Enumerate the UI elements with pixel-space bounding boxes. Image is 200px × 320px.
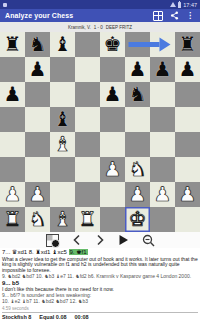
square-e3[interactable]: ♟	[100, 157, 125, 182]
square-e5[interactable]	[100, 107, 125, 132]
square-f8[interactable]	[125, 32, 150, 57]
square-g1[interactable]	[150, 207, 175, 232]
square-e7[interactable]	[100, 57, 125, 82]
analysis-time-note: 4.59 seconds	[2, 306, 198, 311]
square-b6[interactable]	[25, 82, 50, 107]
black-pawn: ♟	[129, 57, 147, 82]
black-pawn: ♟	[179, 57, 197, 82]
black-player: DEEP FRITZ	[106, 25, 132, 30]
square-h5[interactable]	[175, 107, 200, 132]
square-g6[interactable]	[150, 82, 175, 107]
square-e8[interactable]: ♚	[100, 32, 125, 57]
white-bishop: ♝	[54, 207, 72, 232]
play-icon[interactable]	[118, 234, 129, 246]
white-king: ♚	[129, 207, 147, 232]
square-f1[interactable]: ♚	[125, 207, 150, 232]
square-e6[interactable]: ♟	[100, 82, 125, 107]
square-f2[interactable]: ♟	[125, 182, 150, 207]
variation-line[interactable]: 9. ♞bd2 ♞bd7 10. ♞b3 ♝e7 11. ♞fd2 b6. Kr…	[2, 274, 198, 280]
overflow-menu-icon[interactable]: ⋮	[186, 11, 194, 20]
square-a7[interactable]	[0, 57, 25, 82]
square-a2[interactable]: ♟	[0, 182, 25, 207]
white-pawn: ♟	[4, 182, 22, 207]
square-c1[interactable]: ♝	[50, 207, 75, 232]
square-g3[interactable]	[150, 157, 175, 182]
square-b8[interactable]: ♞	[25, 32, 50, 57]
square-c8[interactable]: ♝	[50, 32, 75, 57]
square-h7[interactable]: ♟	[175, 57, 200, 82]
black-bishop: ♝	[54, 107, 72, 132]
white-knight: ♞	[29, 207, 47, 232]
square-a3[interactable]	[0, 157, 25, 182]
square-d7[interactable]	[75, 57, 100, 82]
square-h1[interactable]	[175, 207, 200, 232]
black-pawn: ♟	[29, 57, 47, 82]
white-player: Kramnik, V.	[68, 25, 91, 30]
clock: 17:47	[183, 2, 197, 8]
square-b7[interactable]: ♟	[25, 57, 50, 82]
square-g4[interactable]	[150, 132, 175, 157]
square-f6[interactable]: ♞	[125, 82, 150, 107]
black-rook: ♜	[179, 32, 197, 57]
chess-board[interactable]: ♜♞♝♚♜♟♟♟♟♟♟♞♝♝♟♞♟♟♟♟♟♜♞♝♜♚	[0, 32, 200, 232]
black-rook: ♜	[4, 32, 22, 57]
square-h6[interactable]	[175, 82, 200, 107]
square-f3[interactable]: ♞	[125, 157, 150, 182]
square-b5[interactable]	[25, 107, 50, 132]
black-pawn: ♟	[4, 82, 22, 107]
white-pawn: ♟	[154, 182, 172, 207]
square-d8[interactable]	[75, 32, 100, 57]
square-d4[interactable]	[75, 132, 100, 157]
comment-text: What a clever idea to get the computer o…	[2, 257, 198, 274]
square-b2[interactable]: ♟	[25, 182, 50, 207]
game-header: Kramnik, V. 1 - 0 DEEP FRITZ	[0, 22, 200, 32]
analysis-board-icon[interactable]	[153, 11, 163, 21]
white-knight: ♞	[129, 157, 147, 182]
engine-assessment: Equal 0.08	[39, 314, 66, 320]
square-a1[interactable]: ♜	[0, 207, 25, 232]
notification-icon	[3, 3, 7, 7]
square-c6[interactable]	[50, 82, 75, 107]
square-d6[interactable]	[75, 82, 100, 107]
battery-icon	[178, 2, 182, 8]
wifi-icon	[170, 2, 176, 7]
moves-prefix[interactable]: 7... ♛xd1 8. ♜xd1 ♝xc5	[2, 249, 67, 255]
black-knight: ♞	[29, 32, 47, 57]
white-rook: ♜	[4, 207, 22, 232]
square-c4[interactable]: ♝	[50, 132, 75, 157]
square-c3[interactable]	[50, 157, 75, 182]
app-bar: Analyze your Chess ⋮	[0, 9, 200, 22]
square-h4[interactable]	[175, 132, 200, 157]
square-b1[interactable]: ♞	[25, 207, 50, 232]
square-g2[interactable]: ♟	[150, 182, 175, 207]
square-c5[interactable]: ♝	[50, 107, 75, 132]
square-e2[interactable]	[100, 182, 125, 207]
navigation-toolbar	[0, 232, 200, 248]
square-e1[interactable]	[100, 207, 125, 232]
engine-name: Stockfish 8	[2, 314, 31, 320]
white-pawn: ♟	[129, 182, 147, 207]
current-move[interactable]: 9. ♚f1	[69, 249, 88, 255]
square-a8[interactable]: ♜	[0, 32, 25, 57]
variation-line-3[interactable]: 10. ♝e2 ♝b7 11. ♞bd2 ♞bd7 12. ♞b3	[2, 299, 198, 305]
previous-move-icon[interactable]	[72, 234, 82, 246]
share-icon[interactable]	[170, 11, 179, 20]
white-pawn: ♟	[29, 182, 47, 207]
next-move-icon[interactable]	[95, 234, 105, 246]
square-b4[interactable]	[25, 132, 50, 157]
square-a6[interactable]: ♟	[0, 82, 25, 107]
square-d3[interactable]	[75, 157, 100, 182]
mainline-moves[interactable]: 7... ♛xd1 8. ♜xd1 ♝xc5 9. ♚f1	[2, 249, 198, 256]
square-h2[interactable]: ♟	[175, 182, 200, 207]
square-g8[interactable]	[150, 32, 175, 57]
black-bishop: ♝	[54, 32, 72, 57]
white-pawn: ♟	[179, 182, 197, 207]
square-c7[interactable]	[50, 57, 75, 82]
engine-time: 00:08	[75, 314, 89, 320]
status-bar: 17:47	[0, 0, 200, 9]
square-f5[interactable]	[125, 107, 150, 132]
square-h8[interactable]: ♜	[175, 32, 200, 57]
square-e4[interactable]	[100, 132, 125, 157]
white-rook: ♜	[79, 207, 97, 232]
square-a5[interactable]	[0, 107, 25, 132]
white-pawn: ♟	[104, 157, 122, 182]
square-g5[interactable]	[150, 107, 175, 132]
white-bishop: ♝	[54, 132, 72, 157]
black-knight: ♞	[129, 82, 147, 107]
square-g7[interactable]: ♟	[150, 57, 175, 82]
app-title: Analyze your Chess	[5, 12, 153, 19]
square-d5[interactable]	[75, 107, 100, 132]
square-b3[interactable]	[25, 157, 50, 182]
square-d2[interactable]	[75, 182, 100, 207]
black-king: ♚	[104, 32, 122, 57]
game-result: 1 - 0	[94, 25, 103, 30]
square-c2[interactable]	[50, 182, 75, 207]
square-h3[interactable]	[175, 157, 200, 182]
black-pawn: ♟	[104, 82, 122, 107]
annotation-panel: 7... ♛xd1 8. ♜xd1 ♝xc5 9. ♚f1 What a cle…	[0, 248, 200, 320]
zoom-out-icon[interactable]	[142, 234, 155, 247]
square-f7[interactable]: ♟	[125, 57, 150, 82]
square-a4[interactable]	[0, 132, 25, 157]
setup-board-icon[interactable]	[46, 234, 59, 247]
black-pawn: ♟	[154, 57, 172, 82]
engine-header[interactable]: Stockfish 8 Equal 0.08 00:08	[2, 312, 198, 320]
square-f4[interactable]	[125, 132, 150, 157]
square-d1[interactable]: ♜	[75, 207, 100, 232]
